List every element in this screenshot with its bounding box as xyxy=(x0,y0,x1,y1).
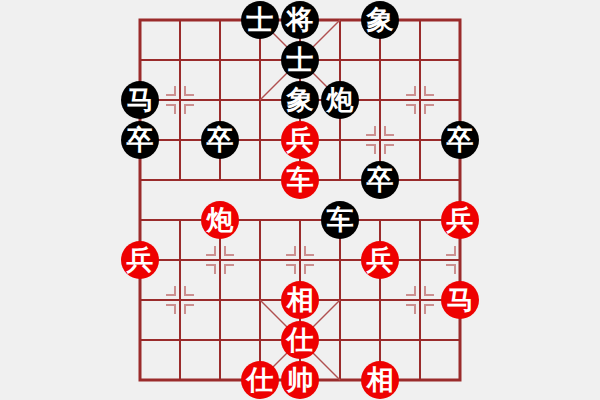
piece-black-soldier[interactable]: 卒 xyxy=(361,161,399,199)
piece-black-advisor[interactable]: 士 xyxy=(241,1,279,39)
piece-red-soldier[interactable]: 兵 xyxy=(361,241,399,279)
piece-black-soldier[interactable]: 卒 xyxy=(121,121,159,159)
xiangqi-app: 士将象士马象炮卒卒卒卒车兵车炮兵兵兵相马仕仕帅相 xyxy=(0,0,600,400)
piece-black-soldier[interactable]: 卒 xyxy=(201,121,239,159)
xiangqi-board: 士将象士马象炮卒卒卒卒车兵车炮兵兵兵相马仕仕帅相 xyxy=(120,0,480,400)
piece-red-soldier[interactable]: 兵 xyxy=(441,201,479,239)
piece-red-cannon[interactable]: 炮 xyxy=(201,201,239,239)
pieces-layer: 士将象士马象炮卒卒卒卒车兵车炮兵兵兵相马仕仕帅相 xyxy=(120,0,480,400)
piece-black-advisor[interactable]: 士 xyxy=(281,41,319,79)
piece-black-elephant[interactable]: 象 xyxy=(281,81,319,119)
piece-red-advisor[interactable]: 仕 xyxy=(281,321,319,359)
piece-red-elephant[interactable]: 相 xyxy=(281,281,319,319)
piece-black-chariot[interactable]: 车 xyxy=(321,201,359,239)
piece-red-chariot[interactable]: 车 xyxy=(281,161,319,199)
piece-red-horse[interactable]: 马 xyxy=(441,281,479,319)
piece-black-horse[interactable]: 马 xyxy=(121,81,159,119)
piece-black-soldier[interactable]: 卒 xyxy=(441,121,479,159)
piece-black-cannon[interactable]: 炮 xyxy=(321,81,359,119)
piece-black-elephant[interactable]: 象 xyxy=(361,1,399,39)
piece-red-soldier[interactable]: 兵 xyxy=(281,121,319,159)
piece-red-soldier[interactable]: 兵 xyxy=(121,241,159,279)
piece-red-elephant[interactable]: 相 xyxy=(361,361,399,399)
piece-black-general[interactable]: 将 xyxy=(281,1,319,39)
piece-red-general[interactable]: 帅 xyxy=(281,361,319,399)
piece-red-advisor[interactable]: 仕 xyxy=(241,361,279,399)
